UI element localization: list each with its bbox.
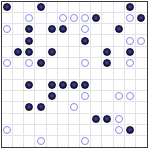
cell-r1c1[interactable]: [2, 2, 13, 13]
cell-r12c13[interactable]: [136, 125, 147, 136]
cell-r2c11[interactable]: [114, 13, 125, 24]
cell-r13c10[interactable]: [102, 136, 113, 147]
cell-r3c13[interactable]: [136, 24, 147, 35]
cell-r2c6[interactable]: [58, 13, 69, 24]
cell-r6c11[interactable]: [114, 58, 125, 69]
cell-r4c4[interactable]: [35, 35, 46, 46]
black-circle: [48, 48, 56, 56]
black-circle: [25, 25, 33, 33]
cell-r2c2[interactable]: [13, 13, 24, 24]
cell-r4c1[interactable]: [2, 35, 13, 46]
cell-r2c10[interactable]: [102, 13, 113, 24]
cell-r4c11[interactable]: [114, 35, 125, 46]
cell-r6c9[interactable]: [91, 58, 102, 69]
cell-r6c13[interactable]: [136, 58, 147, 69]
black-circle: [126, 48, 134, 56]
white-circle: [70, 14, 78, 22]
cell-r1c8[interactable]: [80, 2, 91, 13]
cell-r2c8[interactable]: [80, 13, 91, 24]
cell-r10c7[interactable]: [69, 102, 80, 113]
cell-r12c5[interactable]: [47, 125, 58, 136]
cell-r8c6[interactable]: [58, 80, 69, 91]
cell-r7c4[interactable]: [35, 69, 46, 80]
white-circle: [70, 103, 78, 111]
black-circle: [37, 59, 45, 67]
black-circle: [37, 103, 45, 111]
cell-r6c6[interactable]: [58, 58, 69, 69]
cell-r4c3[interactable]: [24, 35, 35, 46]
cell-r13c1[interactable]: [2, 136, 13, 147]
cell-r5c1[interactable]: [2, 47, 13, 58]
cell-r8c1[interactable]: [2, 80, 13, 91]
cell-r13c6[interactable]: [58, 136, 69, 147]
cell-r9c7[interactable]: [69, 91, 80, 102]
cell-r7c13[interactable]: [136, 69, 147, 80]
cell-r12c12[interactable]: [125, 125, 136, 136]
cell-r10c4[interactable]: [35, 102, 46, 113]
cell-r2c3[interactable]: [24, 13, 35, 24]
cell-r5c7[interactable]: [69, 47, 80, 58]
cell-r11c7[interactable]: [69, 114, 80, 125]
white-circle: [126, 14, 134, 22]
cell-r10c6[interactable]: [58, 102, 69, 113]
cell-r5c12[interactable]: [125, 47, 136, 58]
cell-r12c7[interactable]: [69, 125, 80, 136]
cell-r7c3[interactable]: [24, 69, 35, 80]
cell-r13c4[interactable]: [35, 136, 46, 147]
cell-r8c4[interactable]: [35, 80, 46, 91]
cell-r9c3[interactable]: [24, 91, 35, 102]
cell-r5c2[interactable]: [13, 47, 24, 58]
cell-r4c2[interactable]: [13, 35, 24, 46]
cell-r5c13[interactable]: [136, 47, 147, 58]
cell-r8c11[interactable]: [114, 80, 125, 91]
cell-r9c8[interactable]: [80, 91, 91, 102]
cell-r5c4[interactable]: [35, 47, 46, 58]
cell-r9c2[interactable]: [13, 91, 24, 102]
cell-r9c11[interactable]: [114, 91, 125, 102]
cell-r5c9[interactable]: [91, 47, 102, 58]
cell-r4c7[interactable]: [69, 35, 80, 46]
cell-r12c10[interactable]: [102, 125, 113, 136]
cell-r8c10[interactable]: [102, 80, 113, 91]
white-circle: [25, 14, 33, 22]
cell-r10c3[interactable]: [24, 102, 35, 113]
cell-r3c4[interactable]: [35, 24, 46, 35]
cell-r2c13[interactable]: [136, 13, 147, 24]
cell-r3c1[interactable]: [2, 24, 13, 35]
cell-r11c5[interactable]: [47, 114, 58, 125]
white-circle: [3, 25, 11, 33]
cell-r4c6[interactable]: [58, 35, 69, 46]
white-circle: [37, 137, 45, 145]
black-circle: [70, 81, 78, 89]
cell-r2c4[interactable]: [35, 13, 46, 24]
cell-r7c10[interactable]: [102, 69, 113, 80]
cell-r4c8[interactable]: [80, 35, 91, 46]
cell-r10c13[interactable]: [136, 102, 147, 113]
black-circle: [103, 115, 111, 123]
cell-r3c3[interactable]: [24, 24, 35, 35]
black-circle: [37, 3, 45, 11]
cell-r11c2[interactable]: [13, 114, 24, 125]
black-circle: [126, 3, 134, 11]
black-circle: [25, 103, 33, 111]
cell-r11c4[interactable]: [35, 114, 46, 125]
cell-r1c11[interactable]: [114, 2, 125, 13]
cell-r1c12[interactable]: [125, 2, 136, 13]
white-circle: [126, 37, 134, 45]
cell-r1c4[interactable]: [35, 2, 46, 13]
cell-r6c8[interactable]: [80, 58, 91, 69]
cell-r10c8[interactable]: [80, 102, 91, 113]
black-circle: [103, 59, 111, 67]
cell-r8c12[interactable]: [125, 80, 136, 91]
cell-r5c3[interactable]: [24, 47, 35, 58]
cell-r6c2[interactable]: [13, 58, 24, 69]
white-circle: [3, 59, 11, 67]
cell-r10c12[interactable]: [125, 102, 136, 113]
cell-r8c8[interactable]: [80, 80, 91, 91]
cell-r13c7[interactable]: [69, 136, 80, 147]
black-circle: [92, 14, 100, 22]
cell-r9c10[interactable]: [102, 91, 113, 102]
black-circle: [137, 14, 145, 22]
cell-r8c2[interactable]: [13, 80, 24, 91]
black-circle: [25, 81, 33, 89]
cell-r4c12[interactable]: [125, 35, 136, 46]
black-circle: [3, 3, 11, 11]
cell-r3c8[interactable]: [80, 24, 91, 35]
cell-r12c1[interactable]: [2, 125, 13, 136]
cell-r10c2[interactable]: [13, 102, 24, 113]
cell-r5c5[interactable]: [47, 47, 58, 58]
cell-r3c6[interactable]: [58, 24, 69, 35]
cell-r11c9[interactable]: [91, 114, 102, 125]
cell-r13c13[interactable]: [136, 136, 147, 147]
black-circle: [14, 48, 22, 56]
white-circle: [81, 92, 89, 100]
cell-r8c13[interactable]: [136, 80, 147, 91]
cell-r7c1[interactable]: [2, 69, 13, 80]
cell-r6c3[interactable]: [24, 58, 35, 69]
black-circle: [48, 92, 56, 100]
black-circle: [81, 37, 89, 45]
cell-r1c5[interactable]: [47, 2, 58, 13]
white-circle: [126, 59, 134, 67]
cell-r11c11[interactable]: [114, 114, 125, 125]
cell-r12c8[interactable]: [80, 125, 91, 136]
white-circle: [81, 25, 89, 33]
cell-r3c10[interactable]: [102, 24, 113, 35]
cell-r2c7[interactable]: [69, 13, 80, 24]
cell-r7c7[interactable]: [69, 69, 80, 80]
cell-r9c13[interactable]: [136, 91, 147, 102]
cell-r11c1[interactable]: [2, 114, 13, 125]
cell-r11c10[interactable]: [102, 114, 113, 125]
white-circle: [81, 14, 89, 22]
black-circle: [48, 81, 56, 89]
cell-r6c1[interactable]: [2, 58, 13, 69]
cell-r11c8[interactable]: [80, 114, 91, 125]
cell-r5c6[interactable]: [58, 47, 69, 58]
black-circle: [59, 25, 67, 33]
cell-r7c9[interactable]: [91, 69, 102, 80]
cell-r4c13[interactable]: [136, 35, 147, 46]
cell-r9c4[interactable]: [35, 91, 46, 102]
cell-r2c12[interactable]: [125, 13, 136, 24]
cell-r13c8[interactable]: [80, 136, 91, 147]
cell-r3c9[interactable]: [91, 24, 102, 35]
black-circle: [59, 81, 67, 89]
cell-r6c4[interactable]: [35, 58, 46, 69]
cell-r1c10[interactable]: [102, 2, 113, 13]
cell-r6c7[interactable]: [69, 58, 80, 69]
cell-r3c5[interactable]: [47, 24, 58, 35]
black-circle: [48, 25, 56, 33]
cell-r2c1[interactable]: [2, 13, 13, 24]
white-circle: [25, 59, 33, 67]
white-circle: [115, 126, 123, 134]
cell-r6c10[interactable]: [102, 58, 113, 69]
black-circle: [126, 126, 134, 134]
cell-r9c12[interactable]: [125, 91, 136, 102]
cell-r12c6[interactable]: [58, 125, 69, 136]
white-circle: [137, 37, 145, 45]
cell-r12c3[interactable]: [24, 125, 35, 136]
cell-r6c5[interactable]: [47, 58, 58, 69]
white-circle: [126, 92, 134, 100]
cell-r8c7[interactable]: [69, 80, 80, 91]
cell-r10c10[interactable]: [102, 102, 113, 113]
cell-r13c5[interactable]: [47, 136, 58, 147]
cell-r12c4[interactable]: [35, 125, 46, 136]
cell-r4c5[interactable]: [47, 35, 58, 46]
white-circle: [59, 14, 67, 22]
puzzle-board: [1, 1, 148, 148]
cell-r10c9[interactable]: [91, 102, 102, 113]
cell-r3c7[interactable]: [69, 24, 80, 35]
cell-r5c10[interactable]: [102, 47, 113, 58]
cell-r7c12[interactable]: [125, 69, 136, 80]
cell-r10c11[interactable]: [114, 102, 125, 113]
cell-r10c5[interactable]: [47, 102, 58, 113]
cell-r2c5[interactable]: [47, 13, 58, 24]
white-circle: [81, 137, 89, 145]
cell-r4c10[interactable]: [102, 35, 113, 46]
cell-r1c6[interactable]: [58, 2, 69, 13]
cell-r10c1[interactable]: [2, 102, 13, 113]
cell-r13c2[interactable]: [13, 136, 24, 147]
cell-r9c5[interactable]: [47, 91, 58, 102]
cell-r9c1[interactable]: [2, 91, 13, 102]
cell-r11c12[interactable]: [125, 114, 136, 125]
white-circle: [115, 92, 123, 100]
cell-r9c9[interactable]: [91, 91, 102, 102]
cell-r11c13[interactable]: [136, 114, 147, 125]
cell-r8c5[interactable]: [47, 80, 58, 91]
black-circle: [115, 25, 123, 33]
cell-r8c9[interactable]: [91, 80, 102, 91]
cell-r7c11[interactable]: [114, 69, 125, 80]
cell-r7c2[interactable]: [13, 69, 24, 80]
cell-r4c9[interactable]: [91, 35, 102, 46]
cell-r5c8[interactable]: [80, 47, 91, 58]
black-circle: [25, 48, 33, 56]
black-circle: [92, 115, 100, 123]
cell-r1c9[interactable]: [91, 2, 102, 13]
white-circle: [81, 59, 89, 67]
cell-r8c3[interactable]: [24, 80, 35, 91]
cell-r13c11[interactable]: [114, 136, 125, 147]
cell-r3c12[interactable]: [125, 24, 136, 35]
cell-r1c3[interactable]: [24, 2, 35, 13]
cell-r7c5[interactable]: [47, 69, 58, 80]
cell-r13c12[interactable]: [125, 136, 136, 147]
cell-r9c6[interactable]: [58, 91, 69, 102]
cell-r11c6[interactable]: [58, 114, 69, 125]
cell-r3c11[interactable]: [114, 24, 125, 35]
cell-r12c2[interactable]: [13, 125, 24, 136]
cell-r12c11[interactable]: [114, 125, 125, 136]
cell-r2c9[interactable]: [91, 13, 102, 24]
cell-r13c9[interactable]: [91, 136, 102, 147]
cell-r6c12[interactable]: [125, 58, 136, 69]
cell-r1c13[interactable]: [136, 2, 147, 13]
black-circle: [25, 37, 33, 45]
cell-r7c8[interactable]: [80, 69, 91, 80]
cell-r13c3[interactable]: [24, 136, 35, 147]
cell-r1c2[interactable]: [13, 2, 24, 13]
cell-r5c11[interactable]: [114, 47, 125, 58]
cell-r1c7[interactable]: [69, 2, 80, 13]
cell-r7c6[interactable]: [58, 69, 69, 80]
black-circle: [81, 81, 89, 89]
cell-r11c3[interactable]: [24, 114, 35, 125]
cell-r3c2[interactable]: [13, 24, 24, 35]
white-circle: [115, 115, 123, 123]
cell-r12c9[interactable]: [91, 125, 102, 136]
black-circle: [103, 48, 111, 56]
white-circle: [3, 126, 11, 134]
